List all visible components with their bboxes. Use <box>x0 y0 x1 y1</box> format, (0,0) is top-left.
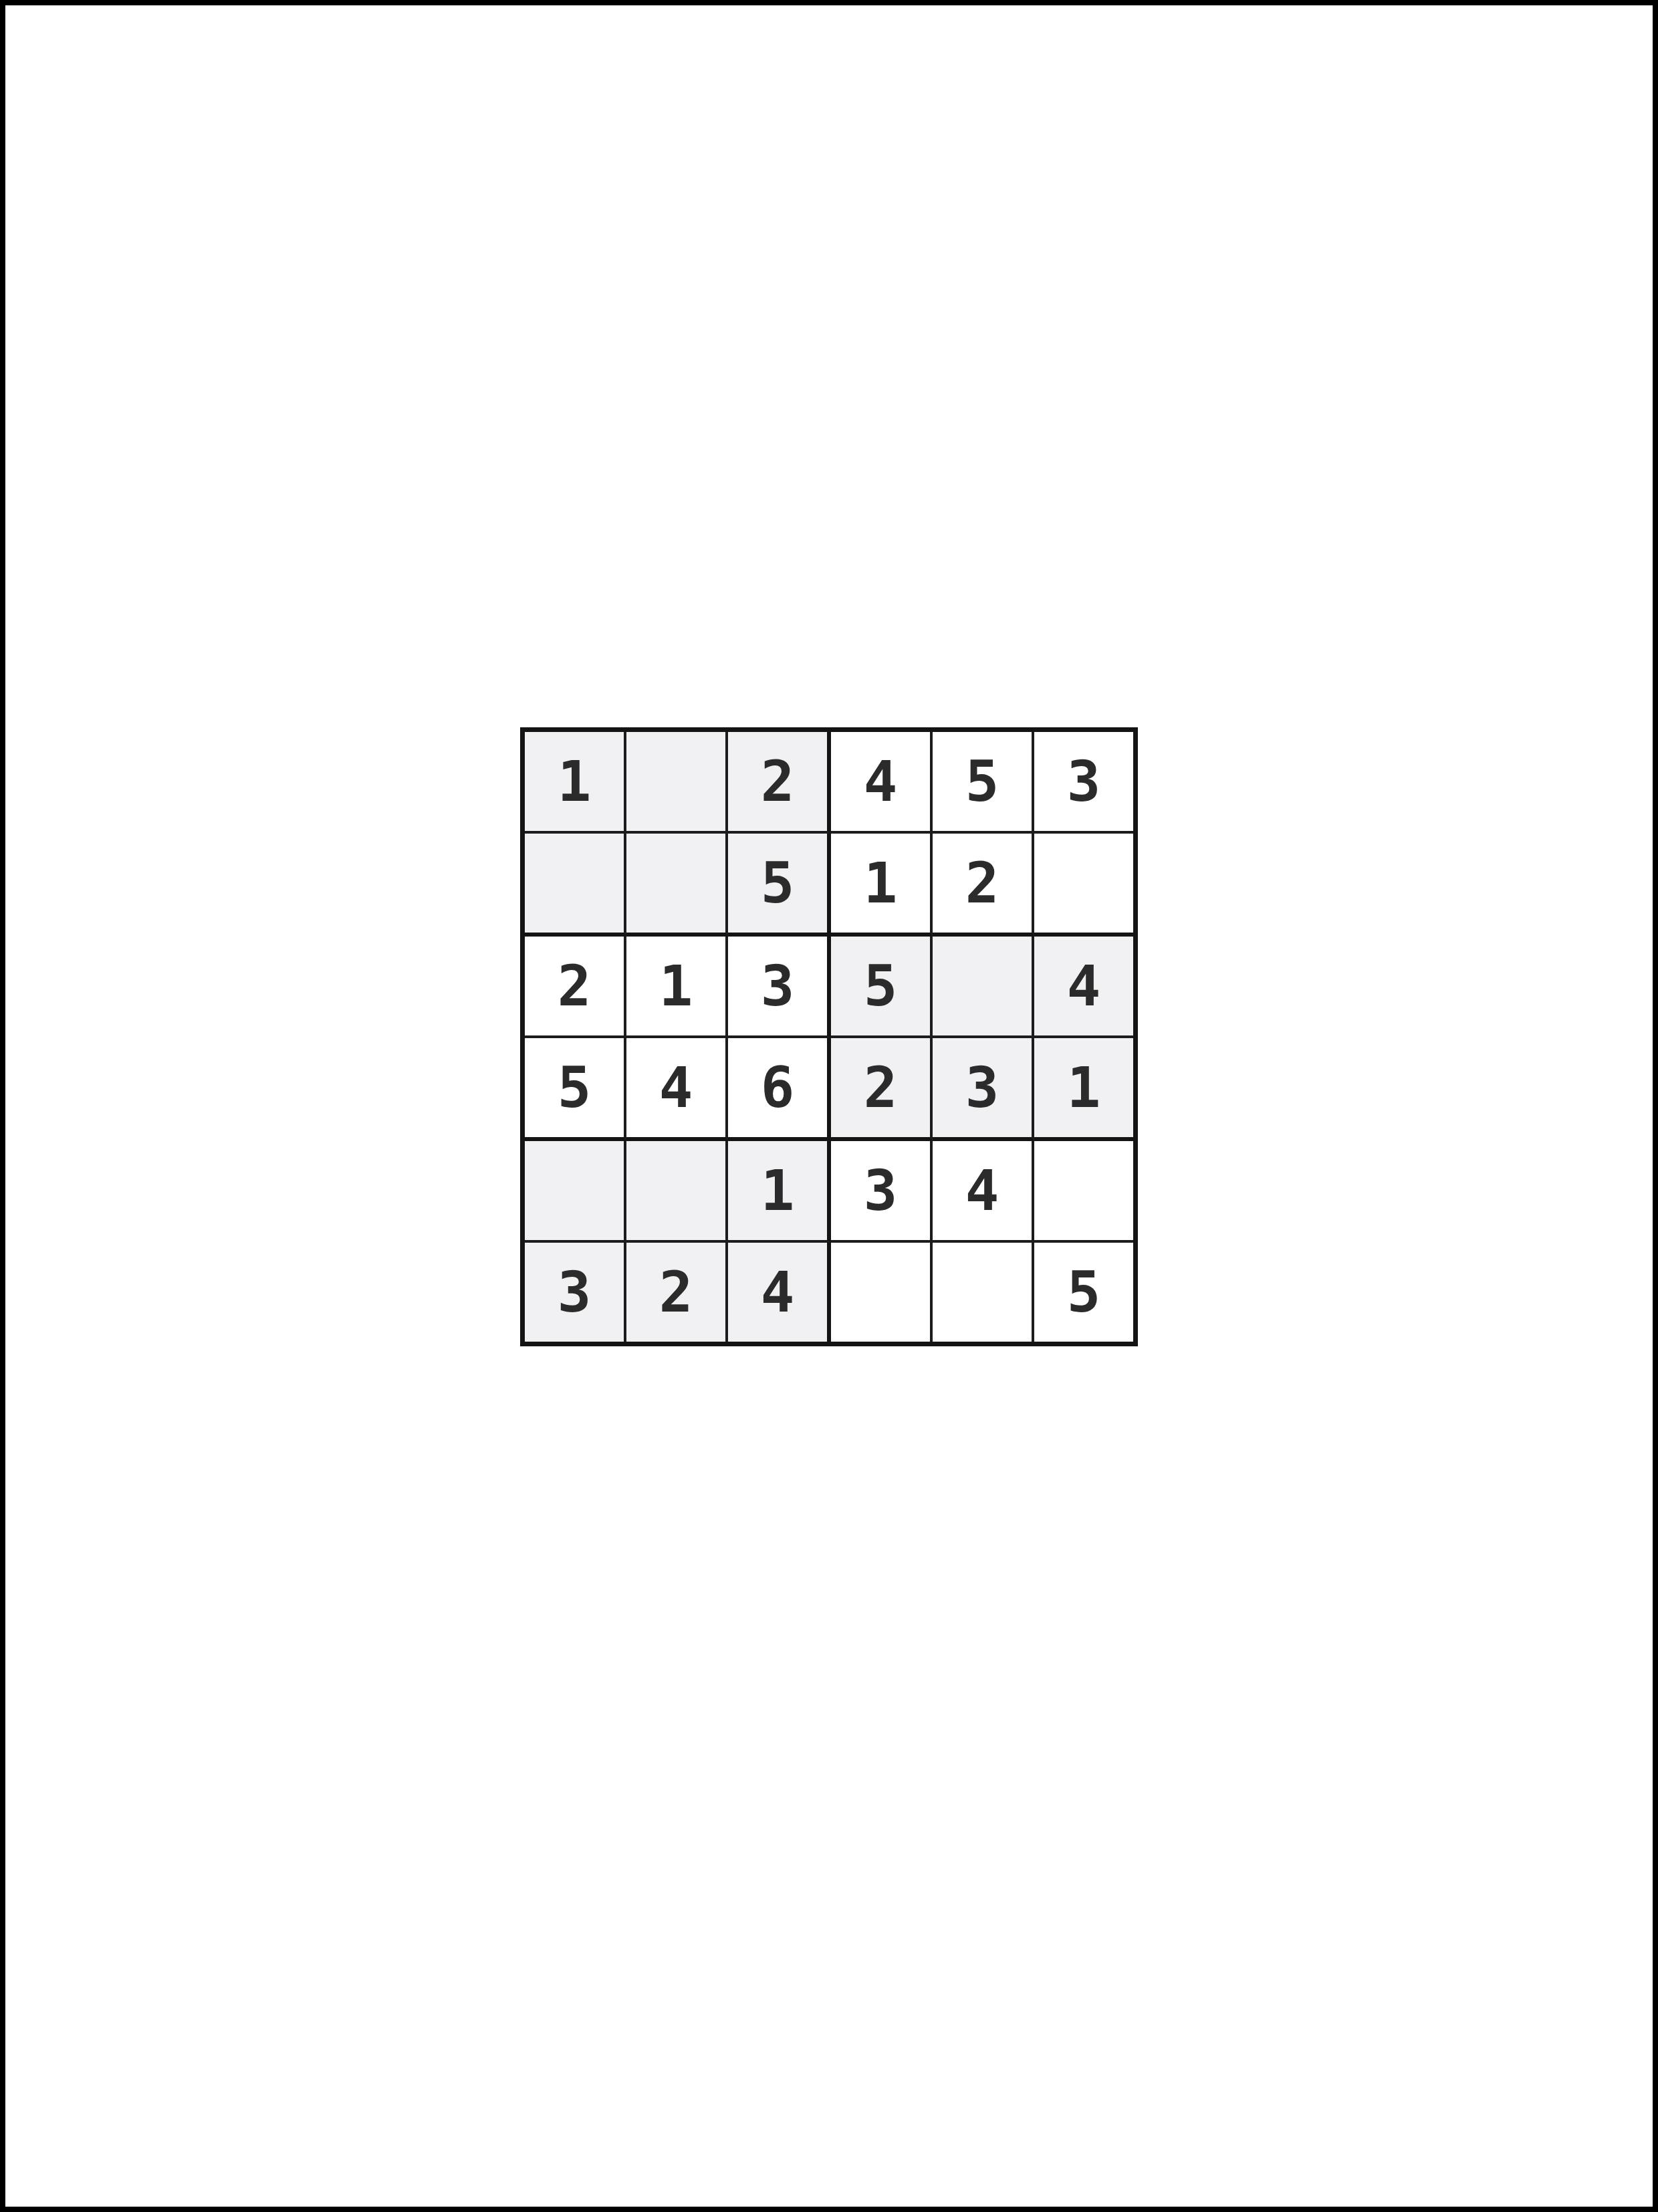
sudoku-cell-given-r4c4: 2 <box>831 1038 933 1141</box>
sudoku-cell-empty-r6c5[interactable] <box>933 1243 1034 1342</box>
sudoku-cell-given-r1c6: 3 <box>1034 732 1133 834</box>
sudoku-cell-empty-r5c2[interactable] <box>626 1141 728 1243</box>
sudoku-cell-given-r1c3: 2 <box>728 732 831 834</box>
sudoku-cell-given-r6c6: 5 <box>1034 1243 1133 1342</box>
sudoku-cell-given-r6c2: 2 <box>626 1243 728 1342</box>
sudoku-cell-given-r5c4: 3 <box>831 1141 933 1243</box>
sudoku-cell-given-r4c6: 1 <box>1034 1038 1133 1141</box>
sudoku-cell-given-r3c6: 4 <box>1034 937 1133 1038</box>
sudoku-cell-given-r6c1: 3 <box>525 1243 626 1342</box>
sudoku-cell-empty-r5c1[interactable] <box>525 1141 626 1243</box>
sudoku-cell-given-r2c4: 1 <box>831 834 933 937</box>
sudoku-cell-empty-r2c6[interactable] <box>1034 834 1133 937</box>
sudoku-cell-empty-r3c5[interactable] <box>933 937 1034 1038</box>
sudoku-cell-given-r4c2: 4 <box>626 1038 728 1141</box>
sudoku-cell-given-r3c1: 2 <box>525 937 626 1038</box>
sudoku-cell-given-r5c5: 4 <box>933 1141 1034 1243</box>
sudoku-cell-given-r2c3: 5 <box>728 834 831 937</box>
sudoku-cell-given-r4c1: 5 <box>525 1038 626 1141</box>
worksheet-page: 12453512213545462311343245 <box>0 0 1658 2212</box>
sudoku-cell-empty-r2c2[interactable] <box>626 834 728 937</box>
sudoku-board: 12453512213545462311343245 <box>520 727 1138 1346</box>
sudoku-cell-given-r4c3: 6 <box>728 1038 831 1141</box>
sudoku-cell-given-r3c4: 5 <box>831 937 933 1038</box>
sudoku-cell-given-r1c4: 4 <box>831 732 933 834</box>
sudoku-cell-given-r4c5: 3 <box>933 1038 1034 1141</box>
sudoku-cell-given-r1c5: 5 <box>933 732 1034 834</box>
sudoku-cell-given-r2c5: 2 <box>933 834 1034 937</box>
sudoku-cell-given-r1c1: 1 <box>525 732 626 834</box>
sudoku-cell-given-r6c3: 4 <box>728 1243 831 1342</box>
sudoku-cell-empty-r6c4[interactable] <box>831 1243 933 1342</box>
sudoku-cell-empty-r5c6[interactable] <box>1034 1141 1133 1243</box>
sudoku-cell-empty-r1c2[interactable] <box>626 732 728 834</box>
sudoku-cell-given-r3c2: 1 <box>626 937 728 1038</box>
sudoku-cell-given-r5c3: 1 <box>728 1141 831 1243</box>
sudoku-cell-empty-r2c1[interactable] <box>525 834 626 937</box>
sudoku-cell-given-r3c3: 3 <box>728 937 831 1038</box>
